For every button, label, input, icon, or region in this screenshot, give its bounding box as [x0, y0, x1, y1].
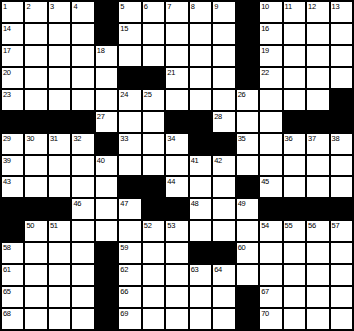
clue-number: 32	[73, 134, 81, 143]
white-square[interactable]	[307, 265, 328, 285]
clue-number: 53	[167, 221, 175, 230]
white-square[interactable]	[72, 24, 93, 44]
white-square[interactable]	[284, 243, 305, 263]
clue-number: 47	[120, 199, 128, 208]
clue-number: 33	[120, 134, 128, 143]
clue-number: 13	[332, 2, 340, 11]
white-square[interactable]: 51	[49, 221, 70, 241]
clue-number: 54	[261, 221, 269, 230]
white-square[interactable]: 47	[119, 199, 140, 219]
white-square[interactable]: 11	[284, 2, 305, 22]
white-square[interactable]: 30	[25, 134, 46, 154]
black-square	[307, 112, 328, 132]
clue-number: 21	[167, 68, 175, 77]
white-square[interactable]	[190, 309, 211, 329]
white-square[interactable]: 22	[260, 68, 281, 88]
white-square[interactable]	[307, 309, 328, 329]
white-square[interactable]	[331, 265, 352, 285]
black-square	[237, 68, 258, 88]
white-square[interactable]: 2	[25, 2, 46, 22]
black-square	[190, 112, 211, 132]
white-square[interactable]	[143, 309, 164, 329]
black-square	[96, 243, 117, 263]
clue-number: 36	[285, 134, 293, 143]
white-square[interactable]: 64	[213, 265, 234, 285]
white-square[interactable]	[260, 156, 281, 176]
clue-number: 2	[26, 2, 30, 11]
white-square[interactable]: 52	[143, 221, 164, 241]
white-square[interactable]	[119, 221, 140, 241]
white-square[interactable]: 26	[237, 90, 258, 110]
white-square[interactable]: 5	[119, 2, 140, 22]
white-square[interactable]	[143, 156, 164, 176]
black-square	[25, 199, 46, 219]
white-square[interactable]	[96, 90, 117, 110]
clue-number: 56	[308, 221, 316, 230]
clue-number: 43	[3, 177, 11, 186]
white-square[interactable]	[25, 265, 46, 285]
white-square[interactable]	[143, 287, 164, 307]
white-square[interactable]	[166, 265, 187, 285]
white-square[interactable]	[213, 287, 234, 307]
black-square	[237, 2, 258, 22]
clue-number: 60	[238, 243, 246, 252]
white-square[interactable]	[331, 46, 352, 66]
black-square	[96, 134, 117, 154]
clue-number: 70	[261, 309, 269, 318]
white-square[interactable]	[284, 177, 305, 197]
clue-number: 38	[332, 134, 340, 143]
white-square[interactable]	[166, 243, 187, 263]
white-square[interactable]	[213, 309, 234, 329]
clue-number: 59	[120, 243, 128, 252]
white-square[interactable]	[166, 309, 187, 329]
white-square[interactable]: 16	[260, 24, 281, 44]
white-square[interactable]	[190, 177, 211, 197]
white-square[interactable]: 37	[307, 134, 328, 154]
white-square[interactable]: 42	[213, 156, 234, 176]
white-square[interactable]	[190, 68, 211, 88]
black-square	[143, 177, 164, 197]
black-square	[143, 199, 164, 219]
white-square[interactable]	[284, 90, 305, 110]
black-square	[237, 177, 258, 197]
black-square	[143, 68, 164, 88]
white-square[interactable]	[72, 90, 93, 110]
white-square[interactable]	[213, 177, 234, 197]
white-square[interactable]	[260, 243, 281, 263]
white-square[interactable]	[49, 156, 70, 176]
clue-number: 55	[285, 221, 293, 230]
white-square[interactable]: 39	[2, 156, 23, 176]
clue-number: 29	[3, 134, 11, 143]
clue-number: 22	[261, 68, 269, 77]
white-square[interactable]	[72, 265, 93, 285]
clue-number: 11	[285, 2, 292, 11]
white-square[interactable]	[213, 24, 234, 44]
black-square	[2, 221, 23, 241]
clue-number: 5	[120, 2, 124, 11]
white-square[interactable]	[284, 68, 305, 88]
black-square	[166, 112, 187, 132]
white-square[interactable]: 66	[119, 287, 140, 307]
white-square[interactable]	[237, 221, 258, 241]
white-square[interactable]: 12	[307, 2, 328, 22]
black-square	[49, 199, 70, 219]
white-square[interactable]	[72, 221, 93, 241]
white-square[interactable]	[143, 134, 164, 154]
black-square	[213, 134, 234, 154]
black-square	[25, 112, 46, 132]
clue-number: 10	[261, 2, 269, 11]
white-square[interactable]: 8	[190, 2, 211, 22]
white-square[interactable]: 57	[331, 221, 352, 241]
black-square	[237, 46, 258, 66]
white-square[interactable]	[72, 156, 93, 176]
clue-number: 14	[3, 24, 11, 33]
clue-number: 39	[3, 156, 11, 165]
black-square	[237, 309, 258, 329]
white-square[interactable]: 21	[166, 68, 187, 88]
white-square[interactable]: 34	[166, 134, 187, 154]
white-square[interactable]	[284, 309, 305, 329]
white-square[interactable]: 9	[213, 2, 234, 22]
white-square[interactable]: 45	[260, 177, 281, 197]
white-square[interactable]	[331, 309, 352, 329]
clue-number: 48	[191, 199, 199, 208]
white-square[interactable]: 38	[331, 134, 352, 154]
white-square[interactable]: 7	[166, 2, 187, 22]
clue-number: 42	[214, 156, 222, 165]
white-square[interactable]: 69	[119, 309, 140, 329]
clue-number: 31	[50, 134, 58, 143]
white-square[interactable]: 19	[260, 46, 281, 66]
clue-number: 20	[3, 68, 11, 77]
white-square[interactable]	[96, 221, 117, 241]
white-square[interactable]	[72, 287, 93, 307]
black-square	[331, 199, 352, 219]
white-square[interactable]: 36	[284, 134, 305, 154]
clue-number: 41	[191, 156, 199, 165]
white-square[interactable]: 41	[190, 156, 211, 176]
white-square[interactable]	[166, 46, 187, 66]
white-square[interactable]: 65	[2, 287, 23, 307]
crossword-puzzle: 1234567891011121314151617181920212223242…	[0, 0, 354, 331]
white-square[interactable]	[284, 287, 305, 307]
black-square	[307, 199, 328, 219]
white-square[interactable]: 24	[119, 90, 140, 110]
white-square[interactable]	[49, 287, 70, 307]
white-square[interactable]: 70	[260, 309, 281, 329]
white-square[interactable]: 10	[260, 2, 281, 22]
white-square[interactable]	[49, 68, 70, 88]
white-square[interactable]	[119, 46, 140, 66]
clue-number: 24	[120, 90, 128, 99]
white-square[interactable]	[96, 199, 117, 219]
white-square[interactable]	[307, 24, 328, 44]
white-square[interactable]	[72, 177, 93, 197]
black-square	[190, 134, 211, 154]
clue-number: 27	[97, 112, 105, 121]
white-square[interactable]: 18	[96, 46, 117, 66]
white-square[interactable]	[25, 24, 46, 44]
white-square[interactable]	[307, 287, 328, 307]
white-square[interactable]	[331, 156, 352, 176]
white-square[interactable]: 27	[96, 112, 117, 132]
white-square[interactable]: 3	[49, 2, 70, 22]
white-square[interactable]: 1	[2, 2, 23, 22]
clue-number: 19	[261, 46, 269, 55]
clue-number: 57	[332, 221, 340, 230]
clue-number: 63	[191, 265, 199, 274]
clue-number: 15	[120, 24, 128, 33]
clue-number: 18	[97, 46, 105, 55]
clue-number: 50	[26, 221, 34, 230]
white-square[interactable]	[237, 156, 258, 176]
clue-number: 66	[120, 287, 128, 296]
white-square[interactable]: 53	[166, 221, 187, 241]
black-square	[331, 90, 352, 110]
clue-number: 62	[120, 265, 128, 274]
clue-number: 45	[261, 177, 269, 186]
white-square[interactable]	[49, 265, 70, 285]
white-square[interactable]	[25, 309, 46, 329]
clue-number: 25	[144, 90, 152, 99]
black-square	[96, 309, 117, 329]
white-square[interactable]: 62	[119, 265, 140, 285]
white-square[interactable]	[166, 24, 187, 44]
white-square[interactable]	[166, 287, 187, 307]
white-square[interactable]: 23	[2, 90, 23, 110]
clue-number: 37	[308, 134, 316, 143]
white-square[interactable]	[49, 46, 70, 66]
black-square	[96, 265, 117, 285]
white-square[interactable]	[284, 156, 305, 176]
white-square[interactable]	[331, 287, 352, 307]
white-square[interactable]: 44	[166, 177, 187, 197]
white-square[interactable]: 67	[260, 287, 281, 307]
black-square	[284, 199, 305, 219]
clue-number: 68	[3, 309, 11, 318]
white-square[interactable]	[213, 90, 234, 110]
white-square[interactable]	[190, 287, 211, 307]
clue-number: 35	[238, 134, 246, 143]
clue-number: 49	[238, 199, 246, 208]
white-square[interactable]: 49	[237, 199, 258, 219]
black-square	[49, 112, 70, 132]
black-square	[237, 24, 258, 44]
white-square[interactable]: 32	[72, 134, 93, 154]
white-square[interactable]	[284, 46, 305, 66]
clue-number: 12	[308, 2, 316, 11]
white-square[interactable]	[260, 90, 281, 110]
white-square[interactable]: 13	[331, 2, 352, 22]
white-square[interactable]: 17	[2, 46, 23, 66]
white-square[interactable]: 29	[2, 134, 23, 154]
white-square[interactable]	[96, 68, 117, 88]
white-square[interactable]: 60	[237, 243, 258, 263]
white-square[interactable]	[25, 177, 46, 197]
white-square[interactable]	[119, 112, 140, 132]
white-square[interactable]	[25, 287, 46, 307]
white-square[interactable]: 20	[2, 68, 23, 88]
white-square[interactable]: 46	[72, 199, 93, 219]
white-square[interactable]: 35	[237, 134, 258, 154]
clue-number: 69	[120, 309, 128, 318]
clue-number: 1	[3, 2, 7, 11]
black-square	[2, 199, 23, 219]
white-square[interactable]	[331, 177, 352, 197]
black-square	[213, 243, 234, 263]
clue-number: 51	[50, 221, 58, 230]
black-square	[96, 287, 117, 307]
white-square[interactable]: 6	[143, 2, 164, 22]
black-square	[237, 287, 258, 307]
clue-number: 40	[97, 156, 105, 165]
black-square	[96, 2, 117, 22]
white-square[interactable]	[143, 112, 164, 132]
white-square[interactable]	[49, 243, 70, 263]
white-square[interactable]: 25	[143, 90, 164, 110]
white-square[interactable]	[96, 177, 117, 197]
white-square[interactable]	[49, 90, 70, 110]
clue-number: 23	[3, 90, 11, 99]
clue-number: 65	[3, 287, 11, 296]
white-square[interactable]	[190, 221, 211, 241]
white-square[interactable]	[331, 24, 352, 44]
white-square[interactable]	[307, 156, 328, 176]
white-square[interactable]	[72, 46, 93, 66]
white-square[interactable]	[190, 46, 211, 66]
clue-number: 7	[167, 2, 171, 11]
clue-number: 3	[50, 2, 54, 11]
white-square[interactable]: 15	[119, 24, 140, 44]
clue-number: 16	[261, 24, 269, 33]
white-square[interactable]	[260, 112, 281, 132]
white-square[interactable]	[331, 243, 352, 263]
black-square	[72, 112, 93, 132]
clue-number: 6	[144, 2, 148, 11]
white-square[interactable]	[307, 177, 328, 197]
white-square[interactable]: 31	[49, 134, 70, 154]
white-square[interactable]: 43	[2, 177, 23, 197]
clue-number: 44	[167, 177, 175, 186]
white-square[interactable]: 61	[2, 265, 23, 285]
white-square[interactable]	[213, 199, 234, 219]
clue-number: 26	[238, 90, 246, 99]
white-square[interactable]	[25, 68, 46, 88]
white-square[interactable]: 58	[2, 243, 23, 263]
clue-number: 46	[73, 199, 81, 208]
white-square[interactable]	[72, 309, 93, 329]
white-square[interactable]	[307, 243, 328, 263]
white-square[interactable]: 50	[25, 221, 46, 241]
white-square[interactable]	[166, 90, 187, 110]
white-square[interactable]	[25, 156, 46, 176]
white-square[interactable]: 4	[72, 2, 93, 22]
white-square[interactable]	[25, 46, 46, 66]
white-square[interactable]	[307, 68, 328, 88]
white-square[interactable]	[25, 243, 46, 263]
white-square[interactable]	[143, 243, 164, 263]
black-square	[331, 112, 352, 132]
clue-number: 9	[214, 2, 218, 11]
white-square[interactable]	[72, 68, 93, 88]
white-square[interactable]: 55	[284, 221, 305, 241]
black-square	[260, 199, 281, 219]
white-square[interactable]	[49, 177, 70, 197]
white-square[interactable]	[190, 90, 211, 110]
clue-number: 34	[167, 134, 175, 143]
white-square[interactable]	[166, 156, 187, 176]
white-square[interactable]	[237, 112, 258, 132]
white-square[interactable]	[331, 68, 352, 88]
white-square[interactable]: 56	[307, 221, 328, 241]
white-square[interactable]	[143, 46, 164, 66]
clue-number: 4	[73, 2, 77, 11]
black-square	[96, 24, 117, 44]
white-square[interactable]	[307, 90, 328, 110]
white-square[interactable]: 48	[190, 199, 211, 219]
white-square[interactable]	[72, 243, 93, 263]
white-square[interactable]: 54	[260, 221, 281, 241]
white-square[interactable]	[213, 46, 234, 66]
white-square[interactable]	[143, 265, 164, 285]
white-square[interactable]	[190, 24, 211, 44]
clue-number: 30	[26, 134, 34, 143]
white-square[interactable]	[237, 265, 258, 285]
white-square[interactable]	[260, 265, 281, 285]
white-square[interactable]	[213, 221, 234, 241]
white-square[interactable]: 68	[2, 309, 23, 329]
white-square[interactable]	[307, 46, 328, 66]
clue-number: 61	[3, 265, 11, 274]
clue-number: 58	[3, 243, 11, 252]
white-square[interactable]: 63	[190, 265, 211, 285]
black-square	[2, 112, 23, 132]
white-square[interactable]	[260, 134, 281, 154]
clue-number: 52	[144, 221, 152, 230]
clue-number: 67	[261, 287, 269, 296]
crossword-grid: 1234567891011121314151617181920212223242…	[0, 0, 354, 331]
white-square[interactable]: 33	[119, 134, 140, 154]
white-square[interactable]	[213, 68, 234, 88]
white-square[interactable]	[25, 90, 46, 110]
black-square	[190, 243, 211, 263]
black-square	[119, 177, 140, 197]
black-square	[284, 112, 305, 132]
white-square[interactable]: 59	[119, 243, 140, 263]
clue-number: 8	[191, 2, 195, 11]
white-square[interactable]	[119, 156, 140, 176]
clue-number: 64	[214, 265, 222, 274]
white-square[interactable]: 28	[213, 112, 234, 132]
white-square[interactable]	[49, 24, 70, 44]
clue-number: 28	[214, 112, 222, 121]
white-square[interactable]	[143, 24, 164, 44]
white-square[interactable]: 40	[96, 156, 117, 176]
white-square[interactable]	[49, 309, 70, 329]
white-square[interactable]: 14	[2, 24, 23, 44]
black-square	[119, 68, 140, 88]
black-square	[166, 199, 187, 219]
white-square[interactable]	[284, 24, 305, 44]
white-square[interactable]	[284, 265, 305, 285]
clue-number: 17	[3, 46, 11, 55]
